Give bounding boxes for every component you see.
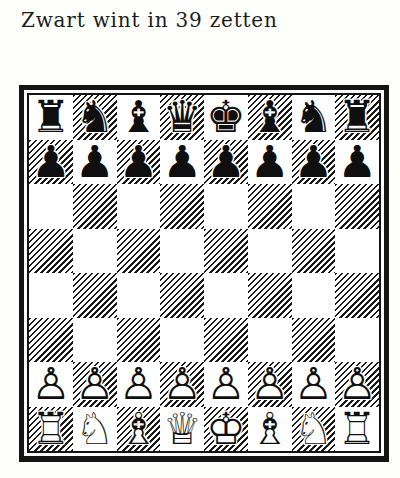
square-h2: ♟♙: [335, 362, 379, 407]
piece-outline-layer: ♙: [29, 362, 73, 407]
piece-outline-layer: ♙: [248, 362, 292, 407]
piece-white-pawn: ♟♙: [29, 362, 73, 407]
square-g3: [292, 318, 336, 363]
square-b1: ♞♘: [73, 407, 117, 452]
square-b8: ♞: [73, 95, 117, 140]
piece-black-pawn: ♟: [294, 140, 333, 184]
piece-outline-layer: ♘: [292, 407, 336, 452]
square-d2: ♟♙: [160, 362, 204, 407]
piece-outline-layer: ♙: [292, 362, 336, 407]
square-a5: [29, 229, 73, 274]
square-h3: [335, 318, 379, 363]
square-c5: [117, 229, 161, 274]
piece-black-pawn: ♟: [75, 140, 114, 184]
piece-outline-layer: ♗: [248, 407, 292, 452]
square-g5: [292, 229, 336, 274]
piece-black-pawn: ♟: [206, 140, 245, 184]
square-d1: ♛♕: [160, 407, 204, 452]
piece-black-bishop: ♝: [250, 95, 289, 139]
piece-outline-layer: ♖: [335, 407, 379, 452]
square-d4: [160, 273, 204, 318]
square-g8: ♞: [292, 95, 336, 140]
square-a7: ♟: [29, 140, 73, 185]
square-e6: [204, 184, 248, 229]
piece-white-bishop: ♝♗: [248, 407, 292, 452]
square-h1: ♜♖: [335, 407, 379, 452]
square-a2: ♟♙: [29, 362, 73, 407]
piece-white-pawn: ♟♙: [160, 362, 204, 407]
square-d6: [160, 184, 204, 229]
piece-black-pawn: ♟: [31, 140, 70, 184]
square-b4: [73, 273, 117, 318]
piece-outline-layer: ♕: [160, 407, 204, 452]
piece-outline-layer: ♙: [160, 362, 204, 407]
piece-outline-layer: ♙: [335, 362, 379, 407]
piece-white-pawn: ♟♙: [292, 362, 336, 407]
piece-white-knight: ♞♘: [73, 407, 117, 452]
square-g6: [292, 184, 336, 229]
piece-outline-layer: ♙: [204, 362, 248, 407]
piece-black-rook: ♜: [337, 95, 376, 139]
piece-black-pawn: ♟: [162, 140, 201, 184]
square-g7: ♟: [292, 140, 336, 185]
square-c7: ♟: [117, 140, 161, 185]
square-d8: ♛: [160, 95, 204, 140]
piece-white-pawn: ♟♙: [117, 362, 161, 407]
square-b3: [73, 318, 117, 363]
piece-black-queen: ♛: [162, 95, 201, 139]
piece-black-pawn: ♟: [119, 140, 158, 184]
square-d3: [160, 318, 204, 363]
square-h6: [335, 184, 379, 229]
square-a3: [29, 318, 73, 363]
square-g4: [292, 273, 336, 318]
piece-outline-layer: ♗: [117, 407, 161, 452]
square-e5: [204, 229, 248, 274]
square-e8: ♚: [204, 95, 248, 140]
square-a6: [29, 184, 73, 229]
piece-outline-layer: ♘: [73, 407, 117, 452]
piece-black-pawn: ♟: [250, 140, 289, 184]
square-e3: [204, 318, 248, 363]
square-f8: ♝: [248, 95, 292, 140]
square-c2: ♟♙: [117, 362, 161, 407]
piece-outline-layer: ♙: [117, 362, 161, 407]
square-b7: ♟: [73, 140, 117, 185]
square-f4: [248, 273, 292, 318]
chess-board: ♜♞♝♛♚♝♞♜♟♟♟♟♟♟♟♟♟♙♟♙♟♙♟♙♟♙♟♙♟♙♟♙♜♖♞♘♝♗♛♕…: [29, 95, 379, 451]
piece-white-rook: ♜♖: [335, 407, 379, 452]
piece-black-knight: ♞: [294, 95, 333, 139]
diagram-caption: Zwart wint in 39 zetten: [21, 8, 278, 32]
chess-board-inner-border: ♜♞♝♛♚♝♞♜♟♟♟♟♟♟♟♟♟♙♟♙♟♙♟♙♟♙♟♙♟♙♟♙♜♖♞♘♝♗♛♕…: [27, 93, 381, 453]
square-a1: ♜♖: [29, 407, 73, 452]
square-f5: [248, 229, 292, 274]
square-f7: ♟: [248, 140, 292, 185]
piece-black-knight: ♞: [75, 95, 114, 139]
square-a8: ♜: [29, 95, 73, 140]
square-g1: ♞♘: [292, 407, 336, 452]
piece-black-rook: ♜: [31, 95, 70, 139]
square-b2: ♟♙: [73, 362, 117, 407]
square-b5: [73, 229, 117, 274]
piece-black-bishop: ♝: [119, 95, 158, 139]
piece-black-king: ♚: [206, 95, 245, 139]
piece-white-pawn: ♟♙: [204, 362, 248, 407]
square-e2: ♟♙: [204, 362, 248, 407]
piece-white-pawn: ♟♙: [73, 362, 117, 407]
piece-white-knight: ♞♘: [292, 407, 336, 452]
piece-white-pawn: ♟♙: [248, 362, 292, 407]
square-f1: ♝♗: [248, 407, 292, 452]
square-h8: ♜: [335, 95, 379, 140]
piece-black-pawn: ♟: [337, 140, 376, 184]
square-c6: [117, 184, 161, 229]
piece-white-bishop: ♝♗: [117, 407, 161, 452]
square-f3: [248, 318, 292, 363]
square-g2: ♟♙: [292, 362, 336, 407]
square-h4: [335, 273, 379, 318]
piece-outline-layer: ♙: [73, 362, 117, 407]
piece-white-queen: ♛♕: [160, 407, 204, 452]
square-c1: ♝♗: [117, 407, 161, 452]
square-e4: [204, 273, 248, 318]
chess-board-frame: ♜♞♝♛♚♝♞♜♟♟♟♟♟♟♟♟♟♙♟♙♟♙♟♙♟♙♟♙♟♙♟♙♜♖♞♘♝♗♛♕…: [19, 85, 389, 462]
square-h7: ♟: [335, 140, 379, 185]
piece-outline-layer: ♔: [204, 407, 248, 452]
square-f6: [248, 184, 292, 229]
square-c3: [117, 318, 161, 363]
square-d5: [160, 229, 204, 274]
square-e1: ♚♔: [204, 407, 248, 452]
book-page: Zwart wint in 39 zetten ♜♞♝♛♚♝♞♜♟♟♟♟♟♟♟♟…: [0, 0, 400, 478]
square-f2: ♟♙: [248, 362, 292, 407]
piece-white-pawn: ♟♙: [335, 362, 379, 407]
piece-outline-layer: ♖: [29, 407, 73, 452]
square-e7: ♟: [204, 140, 248, 185]
square-c4: [117, 273, 161, 318]
piece-white-rook: ♜♖: [29, 407, 73, 452]
square-c8: ♝: [117, 95, 161, 140]
square-d7: ♟: [160, 140, 204, 185]
square-h5: [335, 229, 379, 274]
square-b6: [73, 184, 117, 229]
piece-white-king: ♚♔: [204, 407, 248, 452]
square-a4: [29, 273, 73, 318]
